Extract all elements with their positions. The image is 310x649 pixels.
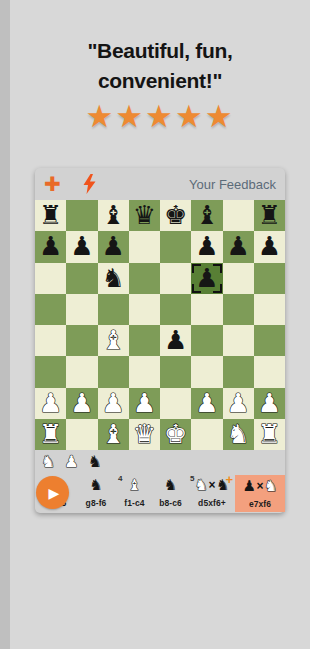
square-c7[interactable]: ♟ — [98, 231, 129, 262]
square-a1[interactable]: ♜ — [35, 419, 66, 450]
card-header: ✚ Your Feedback — [35, 168, 285, 200]
move-item-f1-c4[interactable]: 4♝f1-c4 — [117, 475, 152, 508]
square-b7[interactable]: ♟ — [66, 231, 97, 262]
captured-white-pawn: ♟ — [64, 453, 78, 471]
white-rook-piece: ♜ — [39, 419, 62, 450]
move-figurines: ♞ — [164, 475, 177, 495]
white-bishop-piece: ♝ — [101, 419, 124, 450]
white-pawn-piece: ♟ — [195, 388, 218, 419]
square-h3[interactable] — [254, 356, 285, 387]
square-e8[interactable]: ♚ — [160, 200, 191, 231]
white-pawn-piece: ♟ — [101, 388, 124, 419]
play-button[interactable]: ▶ — [36, 476, 69, 509]
square-h4[interactable] — [254, 325, 285, 356]
black-king-piece: ♚ — [164, 200, 187, 231]
square-a3[interactable] — [35, 356, 66, 387]
move-label: f1-c4 — [124, 498, 144, 508]
square-g5[interactable] — [223, 294, 254, 325]
white-queen-piece: ♛ — [133, 419, 156, 450]
feedback-title: Your Feedback — [189, 177, 276, 192]
square-a2[interactable]: ♟ — [35, 388, 66, 419]
square-d1[interactable]: ♛ — [129, 419, 160, 450]
black-rook-piece: ♜ — [39, 200, 62, 231]
square-e4[interactable]: ♟ — [160, 325, 191, 356]
black-pawn-piece: ♟ — [101, 231, 124, 262]
white-pawn-piece: ♟ — [133, 388, 156, 419]
black-pawn-piece: ♟ — [258, 231, 281, 262]
square-a6[interactable] — [35, 263, 66, 294]
capture-x-icon: × — [208, 476, 215, 494]
black-knight-piece: ♞ — [101, 263, 124, 294]
plus-icon[interactable]: ✚ — [44, 174, 61, 194]
square-d6[interactable] — [129, 263, 160, 294]
square-a5[interactable] — [35, 294, 66, 325]
last-move-corner-marker — [192, 264, 201, 273]
white-pawn-piece: ♟ — [258, 388, 281, 419]
square-c4[interactable]: ♝ — [98, 325, 129, 356]
move-label: e7xf6 — [249, 499, 271, 509]
move-figurines: ♞ — [89, 475, 102, 495]
last-move-corner-marker — [192, 284, 201, 293]
square-c6[interactable]: ♞ — [98, 263, 129, 294]
white-pawn-piece: ♟ — [39, 388, 62, 419]
testimonial-quote-line1: "Beautiful, fun, — [10, 36, 310, 66]
captured-black-knight: ♞ — [88, 453, 102, 471]
move-label: g8-f6 — [86, 498, 107, 508]
white-knight-piece: ♞ — [226, 419, 249, 450]
square-g3[interactable] — [223, 356, 254, 387]
chess-board: ♜♝♛♚♝♜♟♟♟♟♟♟♞♟♝♟♟♟♟♟♟♟♟♜♝♛♚♞♜ — [35, 200, 285, 450]
move-label: d5xf6+ — [198, 498, 226, 508]
chess-app-card: ✚ Your Feedback ♜♝♛♚♝♜♟♟♟♟♟♟♞♟♝♟♟♟♟♟♟♟♟♜… — [35, 168, 285, 513]
square-e2[interactable] — [160, 388, 191, 419]
black-pawn-piece: ♟ — [226, 231, 249, 262]
black-bishop-piece: ♝ — [195, 200, 218, 231]
square-h8[interactable]: ♜ — [254, 200, 285, 231]
square-e1[interactable]: ♚ — [160, 419, 191, 450]
square-d7[interactable] — [129, 231, 160, 262]
captured-white-knight: ♞ — [41, 453, 55, 471]
move-list: ▶ ♞c3-d5♞g8-f64♝f1-c4♞b8-c65♞×♞+d5xf6+♟×… — [35, 472, 285, 516]
square-g2[interactable]: ♟ — [223, 388, 254, 419]
last-move-corner-marker — [213, 284, 222, 293]
square-d4[interactable] — [129, 325, 160, 356]
testimonial-block: "Beautiful, fun, convenient!" ★★★★★ — [10, 36, 310, 134]
square-b6[interactable] — [66, 263, 97, 294]
square-e3[interactable] — [160, 356, 191, 387]
square-f5[interactable] — [191, 294, 222, 325]
figurine-black-knight: ♞ — [164, 475, 177, 495]
move-figurines: ♞×♞ — [195, 475, 230, 495]
last-move-corner-marker — [213, 264, 222, 273]
square-c8[interactable]: ♝ — [98, 200, 129, 231]
square-g4[interactable] — [223, 325, 254, 356]
square-c5[interactable] — [98, 294, 129, 325]
square-a8[interactable]: ♜ — [35, 200, 66, 231]
move-item-b8-c6[interactable]: ♞b8-c6 — [152, 475, 189, 508]
testimonial-quote-line2: convenient!" — [10, 66, 310, 96]
square-b3[interactable] — [66, 356, 97, 387]
square-b5[interactable] — [66, 294, 97, 325]
square-b1[interactable] — [66, 419, 97, 450]
square-c1[interactable]: ♝ — [98, 419, 129, 450]
move-figurines: ♝ — [128, 475, 141, 495]
figurine-white-bishop: ♝ — [128, 475, 141, 495]
square-h1[interactable]: ♜ — [254, 419, 285, 450]
black-pawn-piece: ♟ — [39, 231, 62, 262]
capture-x-icon: × — [256, 477, 263, 495]
move-item-d5xf6+[interactable]: 5♞×♞+d5xf6+ — [189, 475, 235, 508]
square-b2[interactable]: ♟ — [66, 388, 97, 419]
figurine-black-knight: ♞ — [89, 475, 102, 495]
square-h2[interactable]: ♟ — [254, 388, 285, 419]
square-f2[interactable]: ♟ — [191, 388, 222, 419]
square-f4[interactable] — [191, 325, 222, 356]
square-e5[interactable] — [160, 294, 191, 325]
square-c2[interactable]: ♟ — [98, 388, 129, 419]
square-d3[interactable] — [129, 356, 160, 387]
square-d8[interactable]: ♛ — [129, 200, 160, 231]
square-f6[interactable]: ♟ — [191, 263, 222, 294]
square-f7[interactable]: ♟ — [191, 231, 222, 262]
white-pawn-piece: ♟ — [70, 388, 93, 419]
check-plus-icon: + — [225, 472, 233, 487]
square-b4[interactable] — [66, 325, 97, 356]
black-bishop-piece: ♝ — [101, 200, 124, 231]
square-f3[interactable] — [191, 356, 222, 387]
square-d2[interactable]: ♟ — [129, 388, 160, 419]
captured-pieces-tray: ♞♟♞ — [35, 450, 285, 472]
square-f8[interactable]: ♝ — [191, 200, 222, 231]
square-g6[interactable] — [223, 263, 254, 294]
lightning-bolt-icon[interactable] — [83, 174, 96, 194]
figurine-white-knight: ♞ — [264, 476, 277, 496]
white-bishop-piece: ♝ — [101, 325, 124, 356]
black-rook-piece: ♜ — [258, 200, 281, 231]
figurine-white-knight: ♞ — [195, 475, 208, 495]
black-queen-piece: ♛ — [133, 200, 156, 231]
black-pawn-piece: ♟ — [195, 231, 218, 262]
square-a4[interactable] — [35, 325, 66, 356]
black-pawn-piece: ♟ — [70, 231, 93, 262]
move-item-e7xf6[interactable]: ♟×♞e7xf6 — [235, 475, 285, 512]
five-star-rating: ★★★★★ — [10, 98, 310, 134]
square-d5[interactable] — [129, 294, 160, 325]
screenshot-root: "Beautiful, fun, convenient!" ★★★★★ ✚ Yo… — [10, 0, 310, 649]
white-rook-piece: ♜ — [258, 419, 281, 450]
black-pawn-piece: ♟ — [164, 325, 187, 356]
square-a7[interactable]: ♟ — [35, 231, 66, 262]
move-item-g8-f6[interactable]: ♞g8-f6 — [75, 475, 117, 508]
square-g1[interactable]: ♞ — [223, 419, 254, 450]
move-number: 5 — [190, 474, 194, 483]
square-c3[interactable] — [98, 356, 129, 387]
square-h6[interactable] — [254, 263, 285, 294]
square-h7[interactable]: ♟ — [254, 231, 285, 262]
move-label: b8-c6 — [159, 498, 182, 508]
white-king-piece: ♚ — [164, 419, 187, 450]
square-e6[interactable] — [160, 263, 191, 294]
square-g7[interactable]: ♟ — [223, 231, 254, 262]
white-pawn-piece: ♟ — [226, 388, 249, 419]
move-figurines: ♟×♞ — [243, 476, 278, 496]
figurine-black-pawn: ♟ — [243, 476, 256, 496]
square-g8[interactable] — [223, 200, 254, 231]
square-f1[interactable] — [191, 419, 222, 450]
square-e7[interactable] — [160, 231, 191, 262]
square-b8[interactable] — [66, 200, 97, 231]
move-number: 4 — [118, 474, 122, 483]
square-h5[interactable] — [254, 294, 285, 325]
